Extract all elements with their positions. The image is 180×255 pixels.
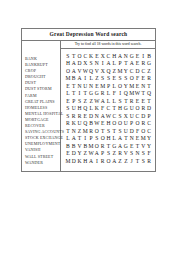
puzzle-title: Great Depression Word search xyxy=(22,29,155,41)
grid-cell: D xyxy=(146,105,152,113)
worksheet-page: { "game": "word-search", "title": "Great… xyxy=(0,0,180,255)
grid-cell: Y xyxy=(146,142,152,150)
grid-cell: Y xyxy=(146,135,152,143)
puzzle-body: BANKBANKRUPTCROPDROUGHTDUSTDUST STORMFAR… xyxy=(22,41,155,171)
grid-cell: R xyxy=(146,157,152,165)
grid-cell: Q xyxy=(146,90,152,98)
word-list-item: GREAT PLAINS xyxy=(25,99,58,105)
grid-cell: T xyxy=(146,82,152,90)
grid-column: Try to find all 18 words in this word se… xyxy=(61,41,155,171)
puzzle-table: Great Depression Word search BANKBANKRUP… xyxy=(21,28,156,172)
grid-cell: F xyxy=(146,150,152,158)
grid-cell: P xyxy=(146,112,152,120)
letter-grid: STOCKEXCHANGEIBHADXSNIALPTAERGOAVWQVXQZM… xyxy=(65,52,153,165)
grid-cell: C xyxy=(146,120,152,128)
word-list-item: WANDER xyxy=(25,160,58,166)
grid-cell: R xyxy=(146,75,152,83)
puzzle-instructions: Try to find all 18 words in this word se… xyxy=(61,41,155,49)
grid-wrapper: STOCKEXCHANGEIBHADXSNIALPTAERGOAVWQVXQZM… xyxy=(61,49,155,171)
grid-cell: B xyxy=(146,52,152,60)
word-list: BANKBANKRUPTCROPDROUGHTDUSTDUST STORMFAR… xyxy=(22,41,61,171)
grid-cell: G xyxy=(146,60,152,68)
grid-cell: Z xyxy=(146,67,152,75)
grid-cell: C xyxy=(146,127,152,135)
word-list-item: WALL STREET xyxy=(25,154,58,160)
grid-cell: T xyxy=(146,97,152,105)
